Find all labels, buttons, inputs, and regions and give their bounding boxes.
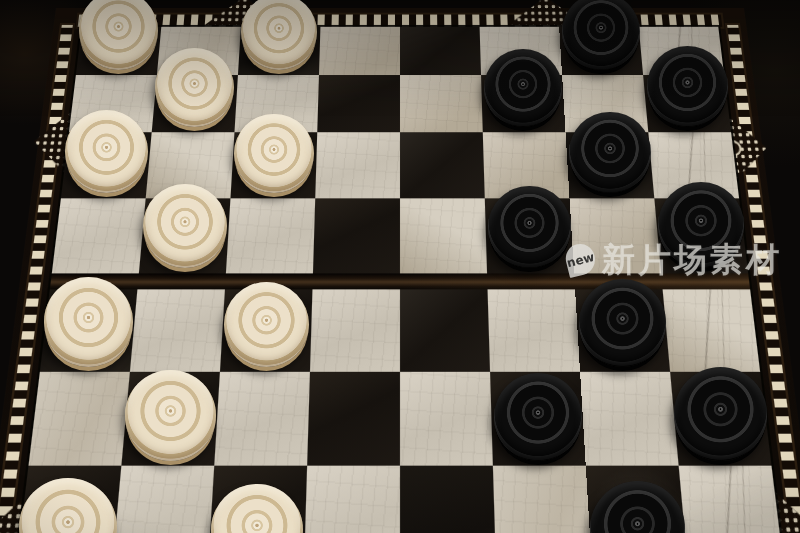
watermark-logo-text: new <box>565 249 595 269</box>
white-piece[interactable] <box>234 114 314 194</box>
black-piece[interactable] <box>562 0 639 70</box>
black-piece[interactable] <box>488 186 570 268</box>
white-piece[interactable] <box>125 370 216 461</box>
white-piece[interactable] <box>224 282 309 367</box>
white-piece[interactable] <box>155 48 234 127</box>
black-piece[interactable] <box>579 279 666 366</box>
black-piece[interactable] <box>647 46 728 127</box>
white-piece[interactable] <box>241 0 317 70</box>
watermark-logo-icon: new <box>563 241 599 278</box>
white-piece[interactable] <box>79 0 158 70</box>
white-piece[interactable] <box>211 484 303 533</box>
white-piece[interactable] <box>44 277 134 367</box>
black-piece[interactable] <box>494 373 582 461</box>
photo-stage: new 新片场素材 <box>0 0 800 533</box>
white-piece[interactable] <box>65 110 149 194</box>
black-piece[interactable] <box>569 112 651 194</box>
white-piece[interactable] <box>19 478 117 533</box>
black-piece[interactable] <box>590 481 685 533</box>
white-piece[interactable] <box>143 184 227 268</box>
watermark: new 新片场素材 <box>566 243 782 276</box>
black-piece[interactable] <box>674 367 767 460</box>
watermark-brand-text: 新片场素材 <box>602 243 782 276</box>
black-piece[interactable] <box>484 49 562 127</box>
